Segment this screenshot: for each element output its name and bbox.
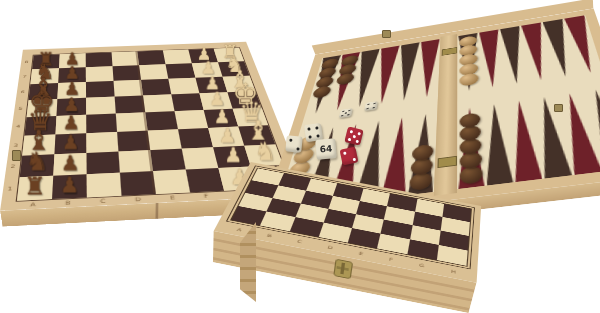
chess-piece-bR[interactable]: ♜ (18, 174, 52, 198)
lid-letter: G (419, 262, 425, 268)
die[interactable] (340, 147, 359, 166)
chess-piece-bP[interactable]: ♟ (52, 175, 86, 197)
chess-square[interactable] (87, 173, 122, 198)
backgammon-point[interactable] (558, 92, 600, 175)
die-pip (317, 134, 320, 137)
chess-coordinate-label: B (65, 199, 71, 206)
lid-square (306, 178, 337, 195)
lid-letter: H (451, 268, 457, 274)
lid-letter: E (358, 250, 363, 256)
die-pip (372, 107, 374, 109)
lid-square (348, 228, 381, 248)
die-pip (296, 147, 299, 150)
lid-letter: D (327, 244, 334, 250)
backgammon-checker[interactable] (412, 144, 434, 162)
backgammon-box-latch-icon[interactable] (554, 104, 563, 112)
backgammon-point[interactable] (564, 15, 600, 74)
hinge-icon (442, 47, 458, 56)
chess-square[interactable] (178, 128, 213, 149)
backgammon-point[interactable] (479, 29, 504, 88)
lid-square (231, 206, 266, 226)
backgammon-point[interactable] (543, 19, 578, 78)
chess-square[interactable] (86, 66, 114, 82)
lid-square (333, 183, 364, 201)
lid-square (323, 209, 356, 228)
chess-square[interactable] (171, 93, 203, 111)
lid-square (273, 185, 306, 203)
chess-square[interactable] (145, 111, 178, 130)
backgammon-point[interactable] (583, 88, 600, 171)
chess-coordinate-label: D (135, 196, 142, 203)
lid-square (356, 201, 387, 220)
lid-square (252, 168, 284, 185)
lid-square (318, 223, 352, 243)
die[interactable] (364, 101, 378, 111)
die-pip (352, 134, 356, 138)
lid-letter: F (389, 256, 394, 262)
lid-square (260, 212, 295, 232)
chess-square[interactable]: ♟ (52, 174, 87, 199)
backgammon-checker[interactable] (460, 151, 483, 170)
chess-square[interactable] (143, 94, 174, 112)
lid-square (279, 173, 311, 190)
closed-box: ABCDEFGH (234, 168, 514, 313)
lid-letter: C (297, 238, 303, 243)
lid-square (384, 206, 415, 225)
lid-square (407, 239, 439, 260)
lid-letter: B (266, 232, 272, 237)
lid-square (238, 193, 272, 212)
backgammon-checker[interactable] (312, 85, 332, 99)
chess-piece-bP[interactable]: ♟ (54, 153, 87, 174)
lid-square (415, 199, 444, 217)
lid-square (328, 196, 360, 214)
die[interactable] (285, 135, 303, 153)
chess-coordinate-label: 3 (13, 143, 18, 148)
chess-coordinate-label: 1 (7, 185, 13, 191)
die-pip (307, 127, 310, 130)
chess-square[interactable] (168, 78, 199, 95)
chess-coordinate-label: F (203, 192, 209, 198)
die-pip (345, 112, 347, 114)
lid-square (377, 234, 409, 255)
chess-coordinate-label: 8 (24, 60, 28, 64)
chess-square[interactable] (137, 51, 165, 66)
chess-square[interactable] (86, 97, 116, 115)
lid-square (437, 245, 468, 266)
chess-square[interactable] (150, 149, 186, 172)
backgammon-checker[interactable] (460, 137, 482, 155)
chess-square[interactable]: ♜ (17, 176, 53, 201)
chess-coordinate-label: 5 (18, 106, 23, 111)
chess-square[interactable] (153, 170, 190, 194)
backgammon-point[interactable] (500, 26, 528, 85)
die-pip (357, 131, 361, 135)
chess-coordinate-label: 6 (20, 90, 25, 94)
lid-square (410, 225, 441, 245)
backgammon-box-clasp-icon[interactable] (382, 30, 391, 38)
chess-square[interactable] (86, 52, 113, 67)
chess-box-latch-icon[interactable] (12, 150, 21, 161)
chess-square[interactable] (148, 129, 182, 150)
lid-square (412, 212, 442, 231)
chess-square[interactable] (86, 81, 115, 98)
lid-square (289, 217, 323, 237)
lid-square (439, 231, 469, 251)
lid-square (245, 180, 278, 198)
chess-square[interactable] (141, 79, 171, 96)
die-pip (355, 139, 359, 143)
chess-square[interactable] (182, 147, 219, 169)
chess-coordinate-label: 7 (23, 74, 27, 78)
lid-square (360, 188, 390, 206)
lid-square (300, 191, 332, 209)
chess-piece-wP[interactable]: ♟ (217, 145, 250, 165)
brass-clasp-icon[interactable] (333, 259, 353, 280)
chess-coordinate-label: A (30, 201, 36, 208)
backgammon-checker[interactable] (459, 62, 478, 76)
chess-square[interactable] (86, 132, 118, 153)
die-pip (368, 104, 370, 106)
die-pip (289, 138, 292, 141)
backgammon-point[interactable] (416, 39, 440, 99)
backgammon-checker[interactable] (459, 72, 478, 87)
die-pip (315, 126, 318, 129)
chess-square[interactable] (139, 64, 168, 80)
lid-square (267, 198, 301, 217)
chess-coordinate-label: E (170, 194, 176, 200)
lid-square (442, 204, 471, 222)
die[interactable] (344, 126, 363, 145)
hinge-icon (437, 156, 457, 168)
die-pip (342, 111, 344, 113)
backgammon-right-half (457, 15, 600, 189)
lid-square (295, 203, 328, 222)
product-photo: 87654321 ♜♟♟♜♞♟♟♞♝♟♟♝♚♟♟♚♛♟♟♛♝♟♟♝♞♟♟♞♜♟♟… (0, 0, 600, 313)
backgammon-point[interactable] (532, 95, 572, 178)
backgammon-checker[interactable] (460, 124, 482, 141)
die-pip (348, 110, 350, 112)
chess-square[interactable] (86, 114, 117, 134)
die-pip (373, 103, 375, 105)
lid-letter: A (236, 226, 243, 231)
doubling-cube[interactable]: 64 (315, 138, 337, 160)
chess-coordinate-label: 4 (16, 124, 21, 129)
lid-square (381, 220, 412, 240)
chess-square[interactable] (87, 151, 120, 174)
die-pip (349, 129, 353, 133)
backgammon-checker[interactable] (335, 72, 355, 85)
chess-square[interactable] (163, 50, 192, 65)
die-pip (347, 137, 351, 141)
backgammon-checker[interactable] (460, 112, 481, 129)
die-pip (342, 151, 346, 155)
die-pip (308, 136, 311, 139)
chess-square[interactable] (175, 110, 209, 129)
chess-coordinate-label: 2 (10, 163, 15, 169)
backgammon-checker[interactable] (459, 53, 477, 67)
doubling-cube-label: 64 (319, 143, 332, 154)
chess-square[interactable] (166, 63, 196, 79)
lid-square (352, 214, 384, 233)
chess-coordinate-label: C (100, 197, 106, 204)
lid-square (387, 194, 417, 212)
die-pip (367, 107, 369, 109)
backgammon-point[interactable] (521, 23, 552, 82)
die-pip (352, 157, 356, 161)
lid-square (440, 217, 469, 236)
